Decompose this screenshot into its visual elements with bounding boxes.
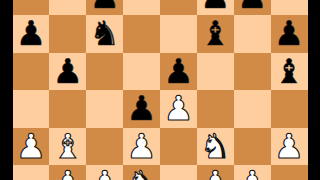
white-bishop-icon[interactable]: ♝	[53, 128, 83, 166]
black-bishop-icon[interactable]: ♝	[200, 15, 230, 53]
black-pawn-icon[interactable]: ♟	[89, 0, 119, 15]
square-b2[interactable]: ♟	[49, 165, 86, 180]
square-e6[interactable]	[160, 15, 197, 53]
square-e2[interactable]	[160, 165, 197, 180]
square-e3[interactable]	[160, 128, 197, 166]
square-d2[interactable]: ♞	[123, 165, 160, 180]
white-pawn-icon[interactable]: ♟	[126, 128, 156, 166]
square-a2[interactable]	[13, 165, 50, 180]
square-e7[interactable]	[160, 0, 197, 15]
square-a7[interactable]	[13, 0, 50, 15]
square-d5[interactable]	[123, 53, 160, 91]
white-pawn-icon[interactable]: ♟	[16, 128, 46, 166]
square-c5[interactable]	[86, 53, 123, 91]
square-c6[interactable]: ♞	[86, 15, 123, 53]
square-d6[interactable]	[123, 15, 160, 53]
black-pawn-icon[interactable]: ♟	[126, 90, 156, 128]
black-bishop-icon[interactable]: ♝	[274, 53, 304, 91]
square-h7[interactable]	[271, 0, 308, 15]
square-g5[interactable]	[234, 53, 271, 91]
white-pawn-icon[interactable]: ♟	[274, 128, 304, 166]
square-a3[interactable]: ♟	[13, 128, 50, 166]
square-d7[interactable]	[123, 0, 160, 15]
black-pawn-icon[interactable]: ♟	[200, 0, 230, 15]
square-a4[interactable]	[13, 90, 50, 128]
black-pawn-icon[interactable]: ♟	[16, 15, 46, 53]
square-b7[interactable]	[49, 0, 86, 15]
square-f4[interactable]	[197, 90, 234, 128]
square-f7[interactable]: ♟	[197, 0, 234, 15]
square-f2[interactable]: ♟	[197, 165, 234, 180]
square-g4[interactable]	[234, 90, 271, 128]
square-f3[interactable]: ♞	[197, 128, 234, 166]
square-c7[interactable]: ♟	[86, 0, 123, 15]
square-g7[interactable]: ♟	[234, 0, 271, 15]
black-pawn-icon[interactable]: ♟	[274, 15, 304, 53]
square-c4[interactable]	[86, 90, 123, 128]
white-pawn-icon[interactable]: ♟	[163, 90, 193, 128]
square-b4[interactable]	[49, 90, 86, 128]
square-b5[interactable]: ♟	[49, 53, 86, 91]
video-frame: ♟♟♟♟♞♝♟♟♟♝♟♟♟♝♟♞♟♟♟♞♟♟	[0, 0, 320, 180]
square-c3[interactable]	[86, 128, 123, 166]
square-a5[interactable]	[13, 53, 50, 91]
black-knight-icon[interactable]: ♞	[89, 15, 119, 53]
white-pawn-icon[interactable]: ♟	[89, 165, 119, 180]
square-h6[interactable]: ♟	[271, 15, 308, 53]
square-g3[interactable]	[234, 128, 271, 166]
square-b3[interactable]: ♝	[49, 128, 86, 166]
white-pawn-icon[interactable]: ♟	[200, 165, 230, 180]
white-knight-icon[interactable]: ♞	[200, 128, 230, 166]
square-e5[interactable]: ♟	[160, 53, 197, 91]
black-pawn-icon[interactable]: ♟	[53, 53, 83, 91]
square-h4[interactable]	[271, 90, 308, 128]
square-f5[interactable]	[197, 53, 234, 91]
square-h3[interactable]: ♟	[271, 128, 308, 166]
square-c2[interactable]: ♟	[86, 165, 123, 180]
chess-board[interactable]: ♟♟♟♟♞♝♟♟♟♝♟♟♟♝♟♞♟♟♟♞♟♟	[13, 0, 308, 180]
square-g6[interactable]	[234, 15, 271, 53]
white-pawn-icon[interactable]: ♟	[237, 165, 267, 180]
square-h2[interactable]	[271, 165, 308, 180]
black-pawn-icon[interactable]: ♟	[237, 0, 267, 15]
square-d3[interactable]: ♟	[123, 128, 160, 166]
square-b6[interactable]	[49, 15, 86, 53]
square-e4[interactable]: ♟	[160, 90, 197, 128]
black-pawn-icon[interactable]: ♟	[163, 53, 193, 91]
white-pawn-icon[interactable]: ♟	[53, 165, 83, 180]
square-d4[interactable]: ♟	[123, 90, 160, 128]
square-h5[interactable]: ♝	[271, 53, 308, 91]
square-g2[interactable]: ♟	[234, 165, 271, 180]
square-a6[interactable]: ♟	[13, 15, 50, 53]
white-knight-icon[interactable]: ♞	[126, 165, 156, 180]
square-f6[interactable]: ♝	[197, 15, 234, 53]
